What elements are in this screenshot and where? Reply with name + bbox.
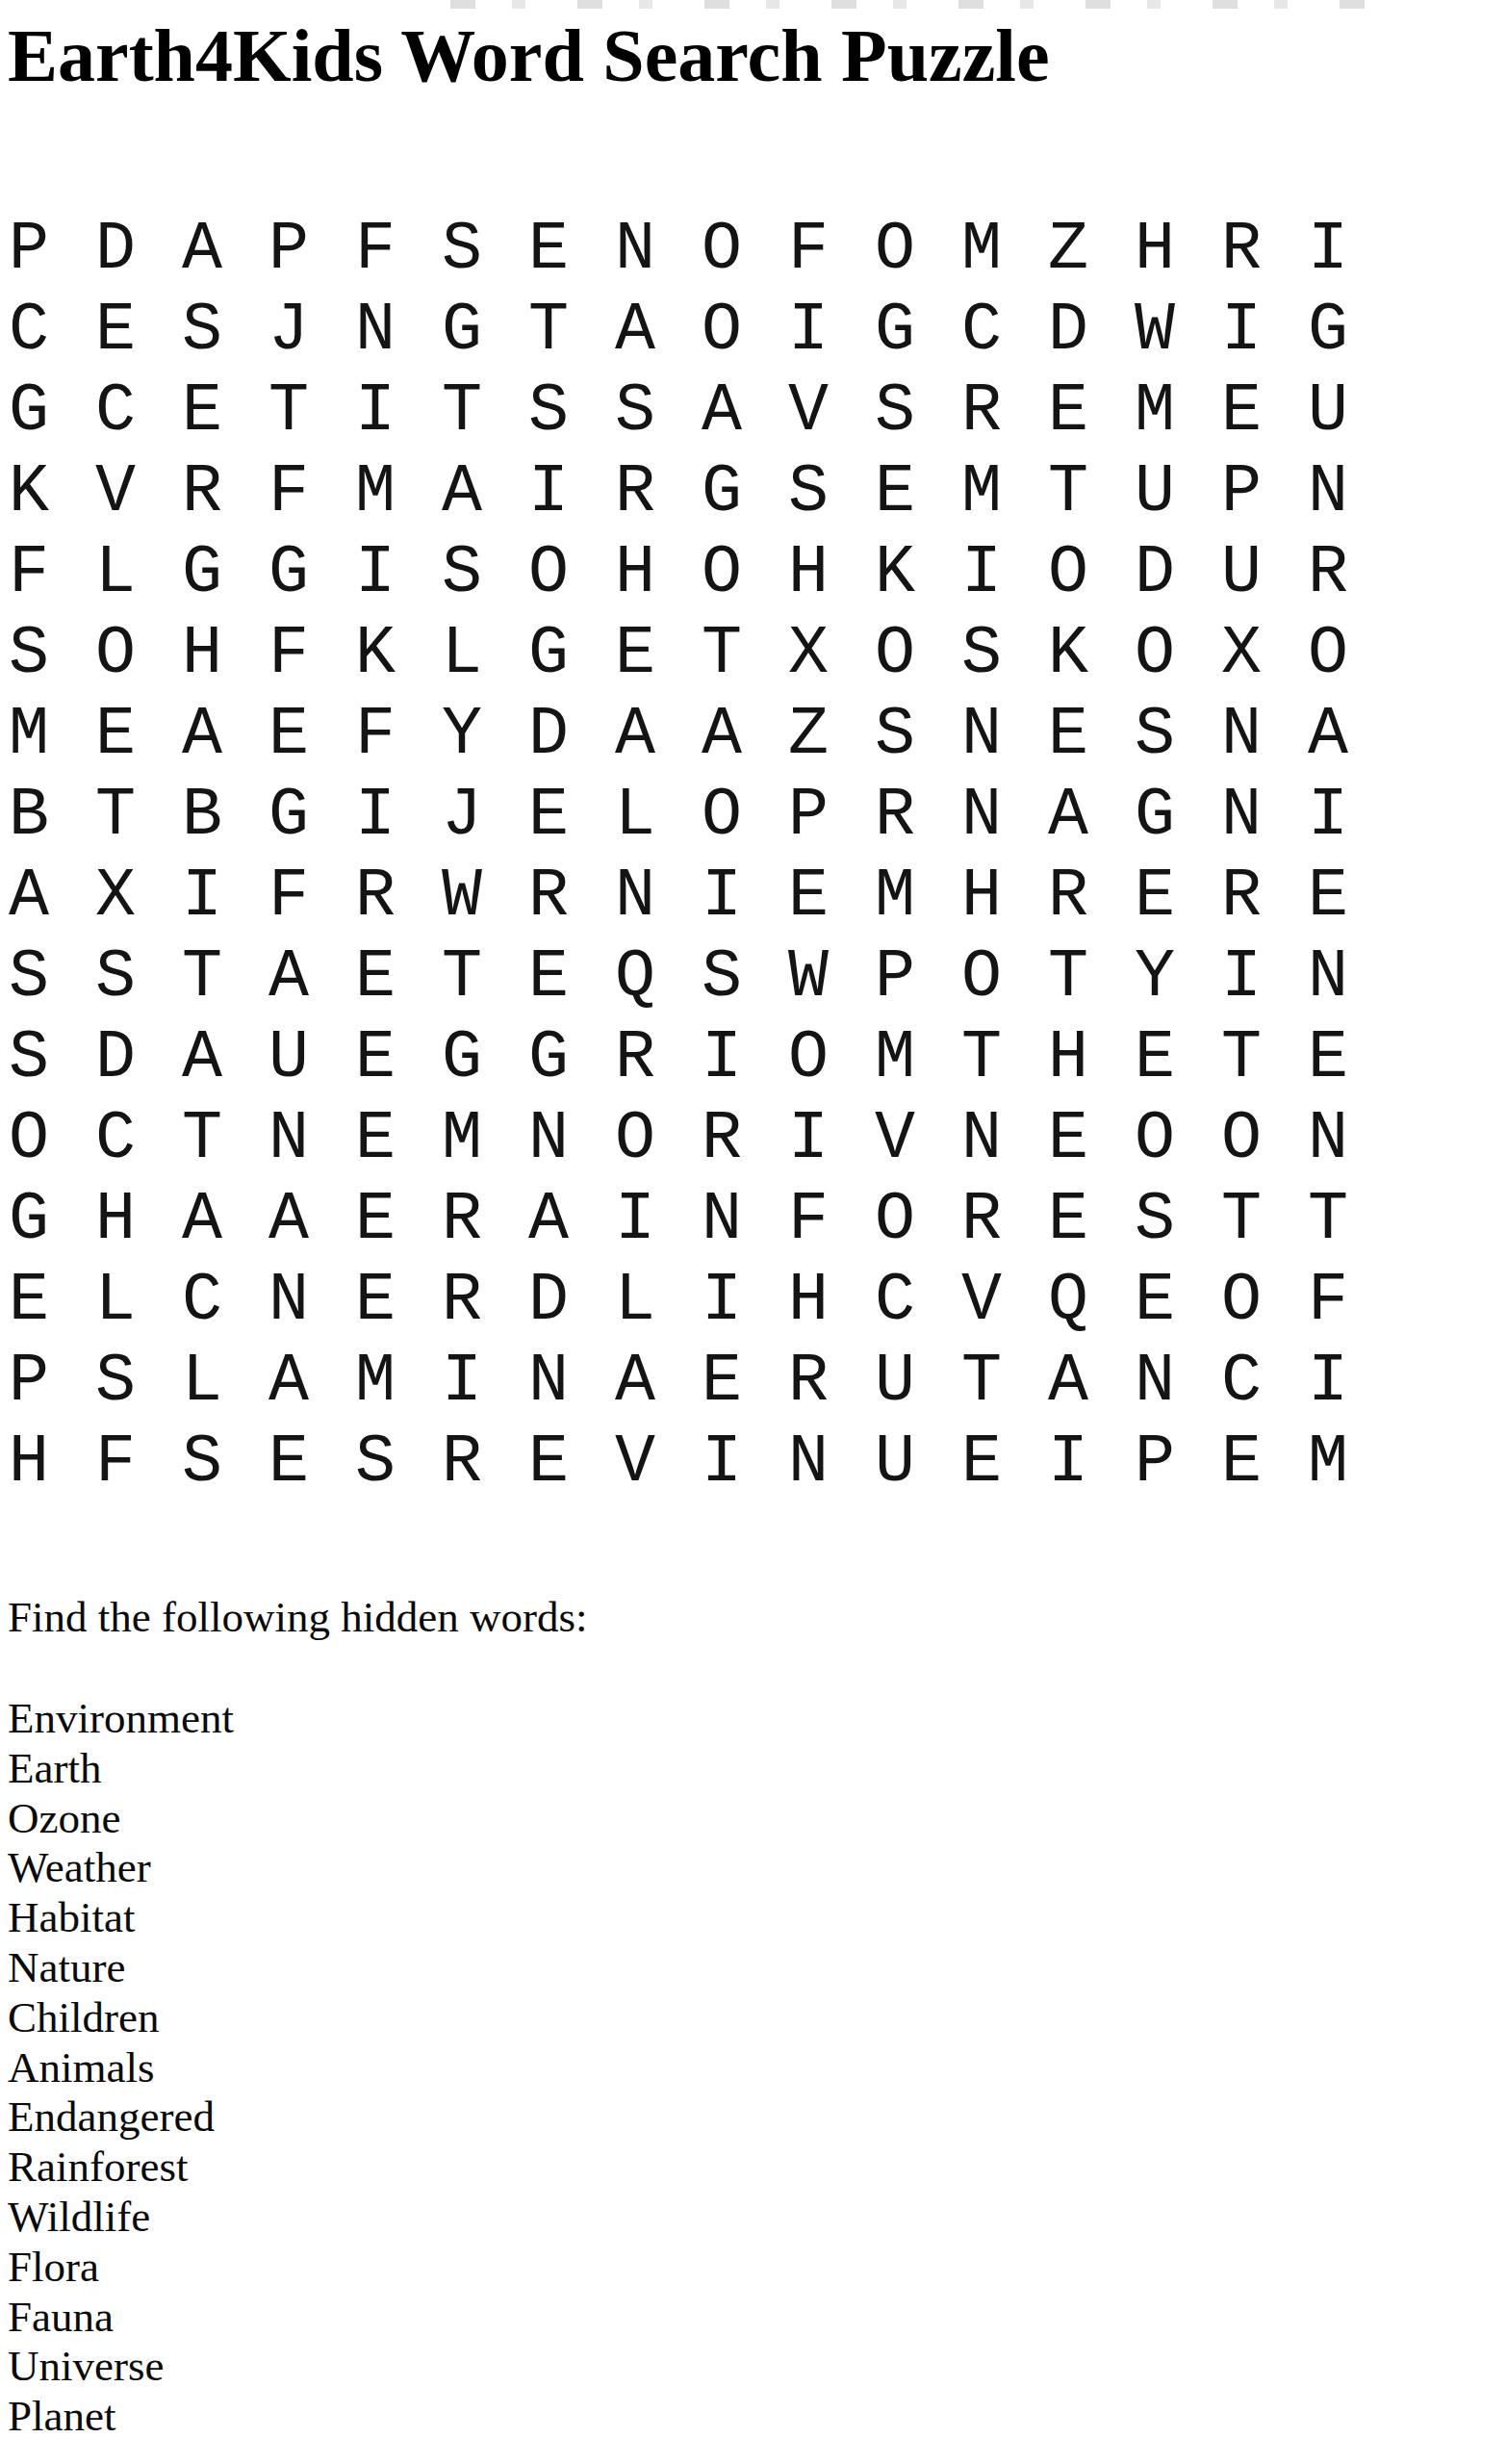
grid-cell: U — [1198, 533, 1285, 614]
grid-cell: T — [1285, 1180, 1371, 1261]
grid-cell: I — [678, 1423, 765, 1503]
grid-cell: N — [1285, 1099, 1371, 1180]
grid-cell: T — [505, 291, 592, 372]
grid-cell: N — [1285, 937, 1371, 1018]
grid-cell: E — [505, 1423, 592, 1503]
grid-cell: I — [678, 1018, 765, 1099]
grid-cell: E — [678, 1342, 765, 1423]
grid-cell: N — [592, 857, 678, 937]
grid-cell: T — [159, 937, 245, 1018]
grid-cell: T — [1198, 1018, 1285, 1099]
grid-cell: H — [1025, 1018, 1111, 1099]
grid-cell: O — [938, 937, 1025, 1018]
grid-cell: H — [938, 857, 1025, 937]
grid-cell: R — [852, 776, 938, 857]
grid-cell: P — [245, 210, 332, 291]
grid-cell: U — [852, 1423, 938, 1503]
grid-cell: R — [419, 1423, 505, 1503]
grid-cell: A — [245, 1342, 332, 1423]
grid-cell: E — [1198, 1423, 1285, 1503]
grid-cell: I — [1198, 291, 1285, 372]
grid-cell: N — [245, 1261, 332, 1342]
grid-cell: T — [419, 937, 505, 1018]
grid-cell: F — [765, 1180, 852, 1261]
grid-cell: I — [159, 857, 245, 937]
grid-cell: E — [1285, 1018, 1371, 1099]
grid-cell: V — [592, 1423, 678, 1503]
word-list-item: Nature — [8, 1943, 234, 1993]
grid-cell: G — [419, 1018, 505, 1099]
grid-cell: G — [505, 1018, 592, 1099]
word-list-item: Earth — [8, 1744, 234, 1794]
grid-cell: X — [765, 614, 852, 695]
grid-cell: A — [592, 1342, 678, 1423]
grid-cell: K — [1025, 614, 1111, 695]
grid-cell: I — [332, 533, 419, 614]
grid-cell: S — [159, 291, 245, 372]
grid-cell: P — [1111, 1423, 1198, 1503]
grid-cell: A — [592, 695, 678, 776]
grid-cell: S — [505, 372, 592, 452]
grid-cell: I — [332, 776, 419, 857]
grid-cell: N — [938, 776, 1025, 857]
grid-cell: R — [592, 452, 678, 533]
grid-cell: C — [72, 1099, 159, 1180]
grid-cell: O — [678, 533, 765, 614]
grid-cell: J — [245, 291, 332, 372]
cropped-text-fragment — [450, 0, 1393, 9]
grid-cell: G — [245, 776, 332, 857]
grid-cell: T — [245, 372, 332, 452]
grid-cell: T — [938, 1018, 1025, 1099]
grid-cell: H — [1111, 210, 1198, 291]
grid-cell: S — [852, 695, 938, 776]
grid-cell: N — [1285, 452, 1371, 533]
grid-cell: A — [0, 857, 72, 937]
grid-cell: C — [159, 1261, 245, 1342]
grid-cell: U — [1285, 372, 1371, 452]
grid-cell: O — [852, 614, 938, 695]
grid-cell: O — [852, 210, 938, 291]
grid-cell: E — [1285, 857, 1371, 937]
grid-cell: Z — [1025, 210, 1111, 291]
grid-cell: C — [938, 291, 1025, 372]
grid-cell: E — [505, 210, 592, 291]
grid-cell: E — [852, 452, 938, 533]
grid-cell: R — [1198, 857, 1285, 937]
grid-cell: G — [1285, 291, 1371, 372]
grid-cell: G — [159, 533, 245, 614]
grid-cell: M — [938, 452, 1025, 533]
grid-cell: T — [419, 372, 505, 452]
grid-cell: O — [678, 776, 765, 857]
grid-cell: U — [245, 1018, 332, 1099]
grid-cell: Q — [1025, 1261, 1111, 1342]
grid-cell: N — [765, 1423, 852, 1503]
grid-cell: I — [678, 857, 765, 937]
grid-cell: T — [1025, 452, 1111, 533]
grid-cell: W — [765, 937, 852, 1018]
grid-cell: E — [1111, 857, 1198, 937]
grid-cell: S — [332, 1423, 419, 1503]
grid-cell: E — [332, 1180, 419, 1261]
grid-cell: W — [1111, 291, 1198, 372]
grid-cell: M — [938, 210, 1025, 291]
grid-cell: R — [678, 1099, 765, 1180]
word-search-grid: PDAPFSENOFOMZHRICESJNGTAOIGCDWIGGCETITSS… — [0, 210, 1371, 1503]
grid-cell: E — [245, 695, 332, 776]
grid-cell: G — [419, 291, 505, 372]
grid-cell: P — [765, 776, 852, 857]
word-list-item: Wildlife — [8, 2193, 234, 2243]
word-list-item: Ozone — [8, 1794, 234, 1844]
grid-cell: O — [678, 210, 765, 291]
grid-cell: D — [72, 210, 159, 291]
grid-cell: G — [0, 1180, 72, 1261]
grid-cell: N — [678, 1180, 765, 1261]
grid-cell: A — [159, 210, 245, 291]
grid-cell: H — [72, 1180, 159, 1261]
grid-cell: G — [505, 614, 592, 695]
grid-cell: G — [852, 291, 938, 372]
grid-cell: C — [72, 372, 159, 452]
grid-cell: I — [1025, 1423, 1111, 1503]
grid-cell: S — [678, 937, 765, 1018]
grid-cell: W — [419, 857, 505, 937]
grid-cell: E — [1025, 372, 1111, 452]
grid-cell: M — [1285, 1423, 1371, 1503]
grid-cell: A — [159, 1018, 245, 1099]
grid-cell: D — [72, 1018, 159, 1099]
grid-cell: Y — [1111, 937, 1198, 1018]
grid-cell: E — [332, 1099, 419, 1180]
grid-cell: T — [938, 1342, 1025, 1423]
word-list-item: Rainforest — [8, 2143, 234, 2193]
grid-cell: D — [1025, 291, 1111, 372]
word-search-page: Earth4Kids Word Search Puzzle PDAPFSENOF… — [0, 0, 1507, 2464]
grid-cell: I — [765, 291, 852, 372]
grid-cell: D — [505, 695, 592, 776]
grid-cell: A — [159, 1180, 245, 1261]
grid-cell: H — [765, 533, 852, 614]
grid-cell: A — [419, 452, 505, 533]
grid-cell: L — [592, 1261, 678, 1342]
grid-cell: E — [1111, 1018, 1198, 1099]
grid-cell: P — [852, 937, 938, 1018]
grid-cell: X — [1198, 614, 1285, 695]
grid-cell: A — [592, 291, 678, 372]
grid-cell: E — [592, 614, 678, 695]
grid-cell: F — [765, 210, 852, 291]
grid-cell: B — [159, 776, 245, 857]
grid-cell: R — [765, 1342, 852, 1423]
grid-cell: T — [678, 614, 765, 695]
grid-cell: U — [1111, 452, 1198, 533]
word-list-item: Fauna — [8, 2293, 234, 2343]
grid-cell: M — [852, 1018, 938, 1099]
grid-cell: S — [1111, 695, 1198, 776]
grid-cell: S — [0, 937, 72, 1018]
grid-cell: L — [419, 614, 505, 695]
grid-cell: T — [1025, 937, 1111, 1018]
grid-cell: H — [765, 1261, 852, 1342]
grid-cell: H — [0, 1423, 72, 1503]
grid-cell: L — [159, 1342, 245, 1423]
grid-cell: L — [592, 776, 678, 857]
word-list: EnvironmentEarthOzoneWeatherHabitatNatur… — [8, 1694, 234, 2442]
grid-cell: C — [852, 1261, 938, 1342]
grid-cell: F — [245, 614, 332, 695]
word-list-item: Weather — [8, 1843, 234, 1893]
grid-cell: N — [505, 1342, 592, 1423]
grid-cell: V — [852, 1099, 938, 1180]
grid-cell: B — [0, 776, 72, 857]
grid-cell: A — [678, 372, 765, 452]
grid-cell: N — [245, 1099, 332, 1180]
grid-cell: P — [0, 1342, 72, 1423]
grid-cell: T — [159, 1099, 245, 1180]
grid-cell: E — [72, 291, 159, 372]
grid-cell: A — [1025, 776, 1111, 857]
grid-cell: E — [1025, 695, 1111, 776]
grid-cell: V — [938, 1261, 1025, 1342]
grid-cell: R — [332, 857, 419, 937]
grid-cell: E — [765, 857, 852, 937]
grid-cell: L — [72, 533, 159, 614]
grid-cell: E — [0, 1261, 72, 1342]
grid-cell: I — [332, 372, 419, 452]
grid-cell: S — [1111, 1180, 1198, 1261]
grid-cell: M — [419, 1099, 505, 1180]
grid-cell: A — [245, 937, 332, 1018]
grid-cell: K — [332, 614, 419, 695]
grid-cell: H — [592, 533, 678, 614]
grid-cell: O — [1285, 614, 1371, 695]
grid-cell: G — [678, 452, 765, 533]
grid-cell: S — [938, 614, 1025, 695]
grid-cell: F — [245, 452, 332, 533]
grid-cell: A — [1025, 1342, 1111, 1423]
grid-cell: E — [72, 695, 159, 776]
grid-cell: I — [678, 1261, 765, 1342]
grid-cell: S — [159, 1423, 245, 1503]
grid-cell: O — [765, 1018, 852, 1099]
grid-cell: S — [765, 452, 852, 533]
grid-cell: I — [1285, 776, 1371, 857]
grid-cell: O — [592, 1099, 678, 1180]
grid-cell: R — [1025, 857, 1111, 937]
grid-cell: X — [72, 857, 159, 937]
grid-cell: Q — [592, 937, 678, 1018]
grid-cell: N — [1111, 1342, 1198, 1423]
grid-cell: A — [505, 1180, 592, 1261]
grid-cell: E — [332, 1018, 419, 1099]
grid-cell: E — [1111, 1261, 1198, 1342]
grid-cell: Z — [765, 695, 852, 776]
grid-cell: N — [938, 695, 1025, 776]
grid-cell: E — [505, 776, 592, 857]
grid-cell: F — [332, 695, 419, 776]
grid-cell: V — [72, 452, 159, 533]
grid-cell: S — [419, 533, 505, 614]
grid-cell: E — [245, 1423, 332, 1503]
grid-cell: F — [245, 857, 332, 937]
grid-cell: O — [1111, 1099, 1198, 1180]
grid-cell: S — [72, 1342, 159, 1423]
grid-cell: T — [72, 776, 159, 857]
grid-cell: O — [72, 614, 159, 695]
grid-cell: I — [592, 1180, 678, 1261]
grid-cell: R — [1198, 210, 1285, 291]
grid-cell: M — [0, 695, 72, 776]
grid-cell: R — [592, 1018, 678, 1099]
grid-cell: R — [938, 372, 1025, 452]
grid-cell: J — [419, 776, 505, 857]
grid-cell: A — [245, 1180, 332, 1261]
grid-cell: N — [592, 210, 678, 291]
grid-cell: R — [419, 1261, 505, 1342]
grid-cell: V — [765, 372, 852, 452]
word-list-item: Habitat — [8, 1893, 234, 1943]
grid-cell: N — [1198, 695, 1285, 776]
grid-cell: M — [852, 857, 938, 937]
grid-cell: M — [1111, 372, 1198, 452]
grid-cell: A — [678, 695, 765, 776]
grid-cell: H — [159, 614, 245, 695]
grid-cell: R — [419, 1180, 505, 1261]
grid-cell: M — [332, 1342, 419, 1423]
grid-cell: E — [159, 372, 245, 452]
grid-cell: C — [1198, 1342, 1285, 1423]
grid-cell: T — [1198, 1180, 1285, 1261]
grid-cell: I — [505, 452, 592, 533]
word-list-item: Universe — [8, 2342, 234, 2392]
grid-cell: F — [72, 1423, 159, 1503]
grid-cell: E — [938, 1423, 1025, 1503]
grid-cell: G — [1111, 776, 1198, 857]
grid-cell: M — [332, 452, 419, 533]
grid-cell: E — [1198, 372, 1285, 452]
grid-cell: K — [0, 452, 72, 533]
grid-cell: F — [332, 210, 419, 291]
grid-cell: F — [0, 533, 72, 614]
word-list-item: Planet — [8, 2392, 234, 2442]
grid-cell: R — [1285, 533, 1371, 614]
grid-cell: I — [765, 1099, 852, 1180]
grid-cell: S — [72, 937, 159, 1018]
grid-cell: S — [592, 372, 678, 452]
grid-cell: F — [1285, 1261, 1371, 1342]
grid-cell: E — [505, 937, 592, 1018]
word-list-item: Flora — [8, 2243, 234, 2293]
word-list-item: Children — [8, 1993, 234, 2043]
grid-cell: R — [505, 857, 592, 937]
grid-cell: E — [1025, 1099, 1111, 1180]
word-list-item: Environment — [8, 1694, 234, 1744]
page-title: Earth4Kids Word Search Puzzle — [8, 12, 1050, 100]
word-list-item: Endangered — [8, 2092, 234, 2143]
grid-cell: K — [852, 533, 938, 614]
grid-cell: N — [938, 1099, 1025, 1180]
grid-cell: N — [332, 291, 419, 372]
grid-cell: N — [1198, 776, 1285, 857]
grid-cell: P — [0, 210, 72, 291]
grid-cell: O — [1111, 614, 1198, 695]
word-list-item: Animals — [8, 2043, 234, 2093]
grid-cell: G — [0, 372, 72, 452]
grid-cell: O — [0, 1099, 72, 1180]
grid-cell: E — [332, 937, 419, 1018]
grid-cell: E — [332, 1261, 419, 1342]
grid-cell: P — [1198, 452, 1285, 533]
grid-cell: S — [0, 1018, 72, 1099]
grid-cell: O — [852, 1180, 938, 1261]
grid-cell: L — [72, 1261, 159, 1342]
grid-cell: O — [678, 291, 765, 372]
grid-cell: A — [1285, 695, 1371, 776]
grid-cell: S — [852, 372, 938, 452]
grid-cell: G — [245, 533, 332, 614]
grid-cell: O — [1198, 1261, 1285, 1342]
grid-cell: R — [159, 452, 245, 533]
grid-cell: S — [419, 210, 505, 291]
grid-cell: I — [938, 533, 1025, 614]
grid-cell: I — [419, 1342, 505, 1423]
grid-cell: I — [1285, 1342, 1371, 1423]
grid-cell: D — [505, 1261, 592, 1342]
grid-cell: N — [505, 1099, 592, 1180]
grid-cell: C — [0, 291, 72, 372]
grid-cell: E — [1025, 1180, 1111, 1261]
grid-cell: O — [505, 533, 592, 614]
grid-cell: U — [852, 1342, 938, 1423]
grid-cell: I — [1198, 937, 1285, 1018]
grid-cell: A — [159, 695, 245, 776]
grid-cell: D — [1111, 533, 1198, 614]
instruction-text: Find the following hidden words: — [8, 1593, 587, 1641]
grid-cell: R — [938, 1180, 1025, 1261]
grid-cell: O — [1025, 533, 1111, 614]
grid-cell: Y — [419, 695, 505, 776]
grid-cell: O — [1198, 1099, 1285, 1180]
grid-cell: I — [1285, 210, 1371, 291]
grid-cell: S — [0, 614, 72, 695]
